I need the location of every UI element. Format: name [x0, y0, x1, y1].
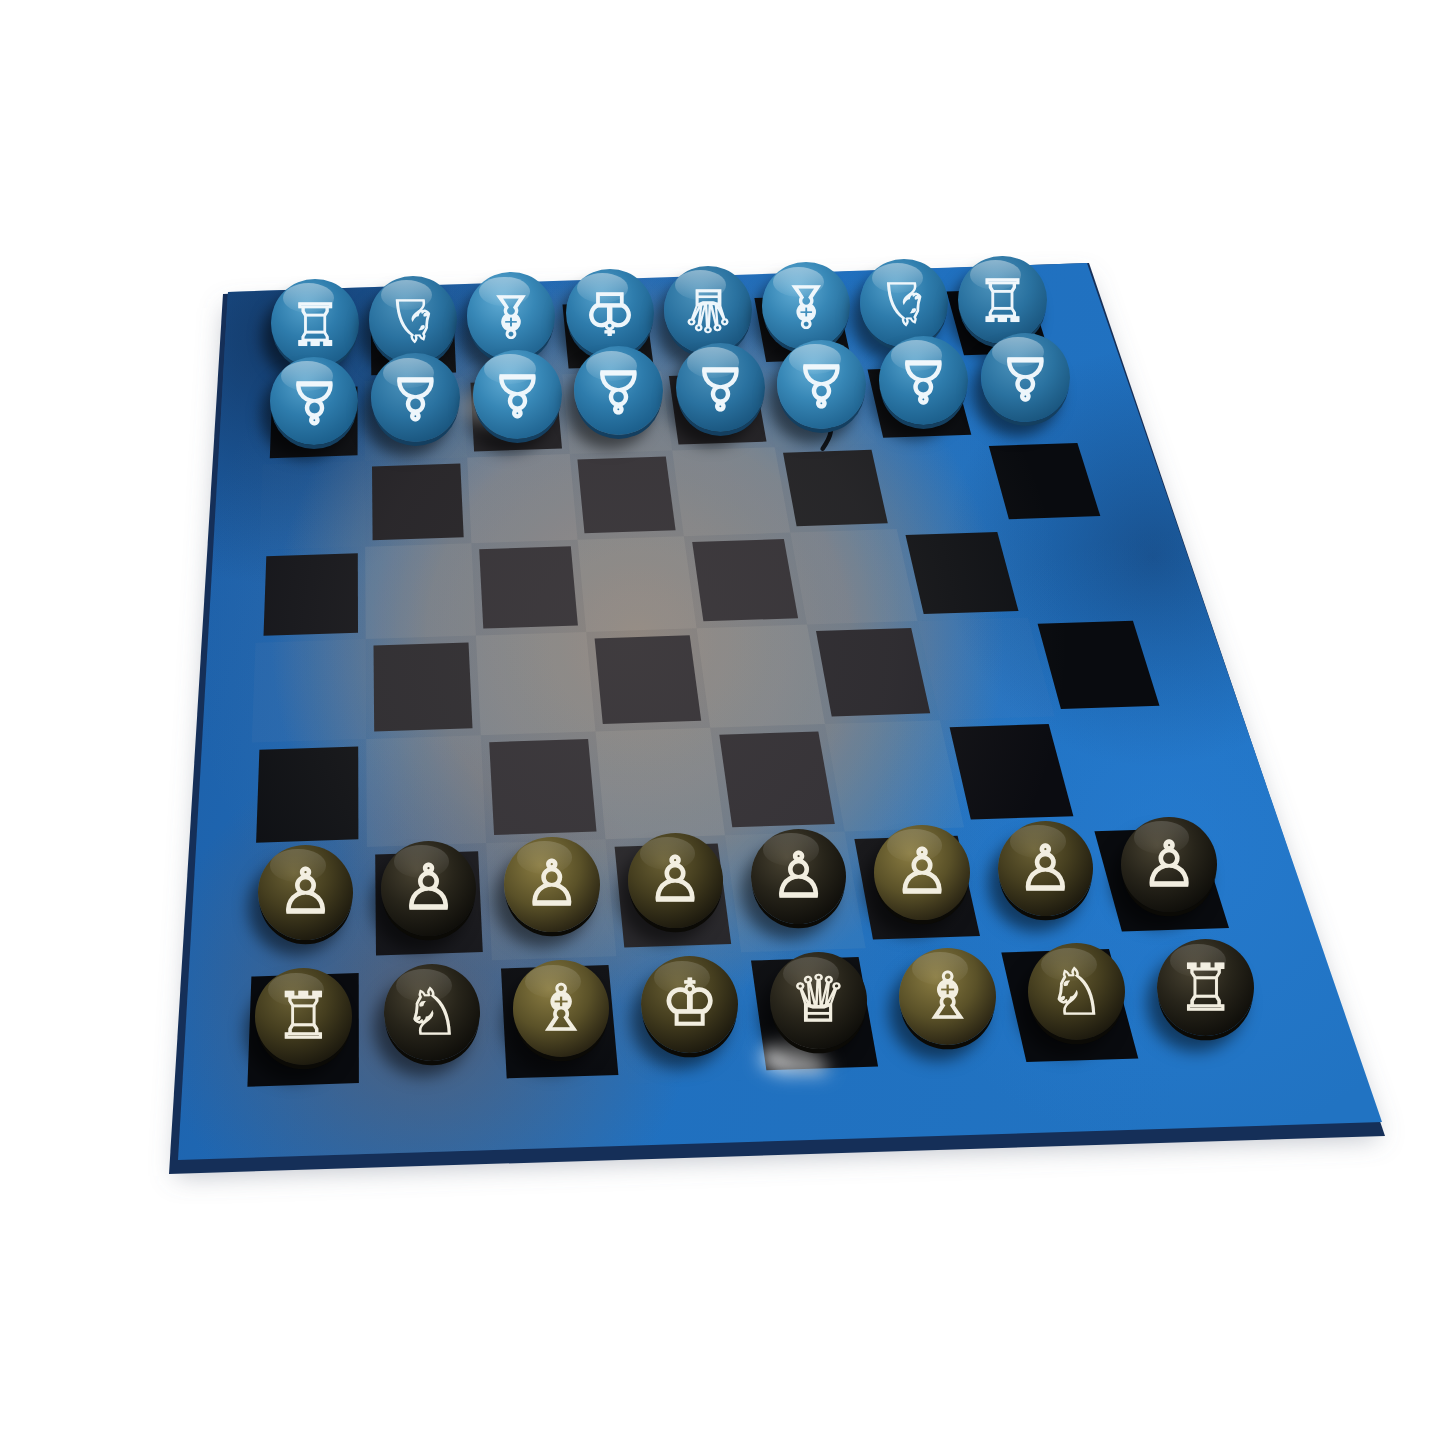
blue-pawn-icon: ♙ — [491, 365, 544, 424]
piece-black-rook-a1[interactable]: ♖ — [255, 968, 352, 1065]
black-pawn-icon: ♙ — [647, 849, 703, 912]
piece-black-bishop-c1[interactable]: ♗ — [513, 960, 610, 1057]
piece-blue-rook-a8[interactable]: ♖ — [271, 279, 359, 367]
black-king-icon: ♔ — [661, 972, 718, 1036]
black-pawn-icon: ♙ — [770, 845, 826, 908]
blue-bishop-icon: ♗ — [780, 277, 832, 335]
black-knight-icon: ♘ — [404, 981, 461, 1045]
blue-knight-icon: ♘ — [387, 291, 439, 349]
piece-black-pawn-c2[interactable]: ♙ — [504, 837, 599, 932]
piece-blue-bishop-f8[interactable]: ♗ — [762, 262, 850, 350]
black-queen-icon: ♕ — [790, 968, 847, 1032]
piece-blue-knight-g8[interactable]: ♘ — [860, 259, 948, 347]
piece-black-pawn-d2[interactable]: ♙ — [628, 833, 723, 928]
piece-blue-knight-b8[interactable]: ♘ — [369, 276, 457, 364]
blue-pawn-icon: ♙ — [288, 372, 341, 431]
piece-black-king-d1[interactable]: ♔ — [641, 956, 738, 1053]
piece-blue-pawn-e7[interactable]: ♙ — [676, 343, 765, 432]
piece-black-pawn-b2[interactable]: ♙ — [381, 841, 476, 936]
blue-pawn-icon: ♙ — [999, 348, 1052, 407]
black-pawn-icon: ♙ — [1141, 833, 1197, 896]
blue-pawn-icon: ♙ — [592, 361, 645, 420]
black-rook-icon: ♖ — [1177, 956, 1234, 1020]
piece-black-knight-b1[interactable]: ♘ — [384, 964, 481, 1061]
piece-blue-pawn-h7[interactable]: ♙ — [981, 333, 1070, 422]
piece-blue-rook-h8[interactable]: ♖ — [958, 256, 1046, 344]
piece-blue-king-d8[interactable]: ♔ — [566, 269, 654, 357]
black-pawn-icon: ♙ — [401, 857, 457, 920]
blue-king-icon: ♔ — [584, 284, 636, 342]
photo-of-chess-board: ♖ ♘ ♗ ♔ ♕ ♗ ♘ ♖ ♙ ♙ ♙ ♙ ♙ ♙ ♙ ♙ ♙ ♙ ♙ ♙ … — [0, 0, 1445, 1445]
blue-pawn-icon: ♙ — [795, 355, 848, 414]
piece-blue-pawn-a7[interactable]: ♙ — [270, 357, 359, 446]
piece-black-bishop-f1[interactable]: ♗ — [899, 948, 996, 1045]
blue-pawn-icon: ♙ — [694, 358, 747, 417]
piece-black-pawn-g2[interactable]: ♙ — [998, 821, 1093, 916]
black-pawn-icon: ♙ — [1017, 837, 1073, 900]
piece-blue-pawn-d7[interactable]: ♙ — [574, 346, 663, 435]
black-pawn-icon: ♙ — [277, 861, 333, 924]
piece-black-pawn-e2[interactable]: ♙ — [751, 829, 846, 924]
piece-black-pawn-h2[interactable]: ♙ — [1121, 817, 1217, 913]
black-pawn-icon: ♙ — [894, 841, 950, 904]
black-pawn-icon: ♙ — [524, 853, 580, 916]
piece-blue-bishop-c8[interactable]: ♗ — [467, 272, 555, 360]
black-rook-icon: ♖ — [275, 985, 332, 1049]
piece-black-rook-h1[interactable]: ♖ — [1157, 939, 1254, 1036]
piece-black-pawn-f2[interactable]: ♙ — [874, 825, 969, 920]
piece-black-queen-e1[interactable]: ♕ — [770, 952, 867, 1049]
piece-black-knight-g1[interactable]: ♘ — [1028, 943, 1125, 1040]
piece-black-pawn-a2[interactable]: ♙ — [258, 845, 353, 940]
blue-rook-icon: ♖ — [976, 270, 1028, 328]
blue-knight-icon: ♘ — [878, 274, 930, 332]
blue-bishop-icon: ♗ — [485, 287, 537, 345]
black-knight-icon: ♘ — [1048, 960, 1105, 1024]
piece-blue-pawn-f7[interactable]: ♙ — [777, 340, 866, 429]
black-bishop-icon: ♗ — [919, 964, 976, 1028]
black-bishop-icon: ♗ — [532, 977, 589, 1041]
piece-blue-pawn-g7[interactable]: ♙ — [879, 336, 968, 425]
blue-rook-icon: ♖ — [289, 294, 341, 352]
piece-blue-queen-e8[interactable]: ♕ — [664, 266, 752, 354]
blue-pawn-icon: ♙ — [389, 368, 442, 427]
chess-board — [0, 0, 1445, 1445]
piece-blue-pawn-b7[interactable]: ♙ — [371, 353, 460, 442]
blue-pawn-icon: ♙ — [897, 351, 950, 410]
blue-queen-icon: ♕ — [682, 281, 734, 339]
piece-blue-pawn-c7[interactable]: ♙ — [473, 350, 562, 439]
